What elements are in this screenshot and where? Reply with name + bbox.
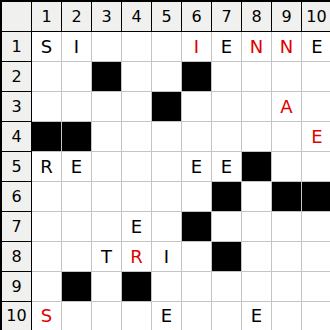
cell-r10-c2[interactable]: [62, 302, 92, 330]
row-header-3: 3: [2, 92, 32, 122]
cell-r8-c9[interactable]: [272, 242, 302, 272]
cell-r3-c2[interactable]: [62, 92, 92, 122]
cell-r9-c5[interactable]: [152, 272, 182, 302]
cell-r7-c1[interactable]: [32, 212, 62, 242]
cell-r2-c1[interactable]: [32, 62, 62, 92]
cell-r1-c8[interactable]: N: [242, 32, 272, 62]
cell-r1-c4[interactable]: [122, 32, 152, 62]
cell-r10-c10[interactable]: [302, 302, 330, 330]
cell-r4-c3[interactable]: [92, 122, 122, 152]
cell-r5-c5[interactable]: [152, 152, 182, 182]
col-header-8: 8: [242, 2, 272, 32]
cell-r9-c9[interactable]: [272, 272, 302, 302]
col-header-4: 4: [122, 2, 152, 32]
col-header-9: 9: [272, 2, 302, 32]
cell-r8-c5[interactable]: I: [152, 242, 182, 272]
row-header-6: 6: [2, 182, 32, 212]
cell-r3-c3[interactable]: [92, 92, 122, 122]
block-cell-r4-c2: [62, 122, 92, 152]
cell-r5-c2[interactable]: E: [62, 152, 92, 182]
corner-cell: [2, 2, 32, 32]
cell-r1-c3[interactable]: [92, 32, 122, 62]
cell-r5-c6[interactable]: E: [182, 152, 212, 182]
cell-r4-c4[interactable]: [122, 122, 152, 152]
cell-r8-c10[interactable]: [302, 242, 330, 272]
block-cell-r8-c7: [212, 242, 242, 272]
cell-r10-c5[interactable]: E: [152, 302, 182, 330]
col-header-5: 5: [152, 2, 182, 32]
cell-r7-c8[interactable]: [242, 212, 272, 242]
block-cell-r2-c3: [92, 62, 122, 92]
cell-r2-c5[interactable]: [152, 62, 182, 92]
col-header-10: 10: [302, 2, 330, 32]
cell-r6-c4[interactable]: [122, 182, 152, 212]
cell-r3-c8[interactable]: [242, 92, 272, 122]
cell-r2-c2[interactable]: [62, 62, 92, 92]
cell-r1-c10[interactable]: E: [302, 32, 330, 62]
cell-r2-c8[interactable]: [242, 62, 272, 92]
cell-r7-c9[interactable]: [272, 212, 302, 242]
cell-r4-c6[interactable]: [182, 122, 212, 152]
cell-r8-c3[interactable]: T: [92, 242, 122, 272]
cell-r4-c10[interactable]: E: [302, 122, 330, 152]
col-header-2: 2: [62, 2, 92, 32]
block-cell-r5-c8: [242, 152, 272, 182]
row-header-8: 8: [2, 242, 32, 272]
block-cell-r7-c6: [182, 212, 212, 242]
cell-r4-c7[interactable]: [212, 122, 242, 152]
col-header-1: 1: [32, 2, 62, 32]
cell-r7-c4[interactable]: E: [122, 212, 152, 242]
cell-r10-c6[interactable]: [182, 302, 212, 330]
block-cell-r4-c1: [32, 122, 62, 152]
cell-r9-c10[interactable]: [302, 272, 330, 302]
cell-r7-c7[interactable]: [212, 212, 242, 242]
block-cell-r6-c9: [272, 182, 302, 212]
cell-r5-c7[interactable]: E: [212, 152, 242, 182]
cell-r8-c4[interactable]: R: [122, 242, 152, 272]
cell-r5-c10[interactable]: [302, 152, 330, 182]
cell-r10-c4[interactable]: [122, 302, 152, 330]
row-header-9: 9: [2, 272, 32, 302]
block-cell-r3-c5: [152, 92, 182, 122]
row-header-1: 1: [2, 32, 32, 62]
crossword-grid: 123456789101SIIENNE23A4E5REEE67E8TRI910S…: [0, 0, 330, 330]
block-cell-r6-c7: [212, 182, 242, 212]
cell-r8-c8[interactable]: [242, 242, 272, 272]
cell-r1-c6[interactable]: I: [182, 32, 212, 62]
block-cell-r6-c10: [302, 182, 330, 212]
cell-r4-c8[interactable]: [242, 122, 272, 152]
cell-r6-c2[interactable]: [62, 182, 92, 212]
cell-r1-c5[interactable]: [152, 32, 182, 62]
cell-r6-c8[interactable]: [242, 182, 272, 212]
block-cell-r2-c6: [182, 62, 212, 92]
cell-r8-c1[interactable]: [32, 242, 62, 272]
cell-r6-c5[interactable]: [152, 182, 182, 212]
row-header-2: 2: [2, 62, 32, 92]
block-cell-r9-c4: [122, 272, 152, 302]
cell-r9-c8[interactable]: [242, 272, 272, 302]
cell-r3-c9[interactable]: A: [272, 92, 302, 122]
cell-r1-c1[interactable]: S: [32, 32, 62, 62]
cell-r7-c10[interactable]: [302, 212, 330, 242]
cell-r9-c3[interactable]: [92, 272, 122, 302]
cell-r3-c6[interactable]: [182, 92, 212, 122]
col-header-6: 6: [182, 2, 212, 32]
cell-r2-c9[interactable]: [272, 62, 302, 92]
cell-r9-c7[interactable]: [212, 272, 242, 302]
crossword-page: 123456789101SIIENNE23A4E5REEE67E8TRI910S…: [0, 0, 330, 330]
cell-r2-c4[interactable]: [122, 62, 152, 92]
cell-r1-c2[interactable]: I: [62, 32, 92, 62]
cell-r10-c3[interactable]: [92, 302, 122, 330]
row-header-4: 4: [2, 122, 32, 152]
cell-r6-c1[interactable]: [32, 182, 62, 212]
row-header-10: 10: [2, 302, 32, 330]
cell-r6-c3[interactable]: [92, 182, 122, 212]
cell-r10-c8[interactable]: E: [242, 302, 272, 330]
cell-r10-c1[interactable]: S: [32, 302, 62, 330]
cell-r3-c7[interactable]: [212, 92, 242, 122]
cell-r1-c7[interactable]: E: [212, 32, 242, 62]
cell-r6-c6[interactable]: [182, 182, 212, 212]
cell-r5-c3[interactable]: [92, 152, 122, 182]
cell-r8-c6[interactable]: [182, 242, 212, 272]
col-header-7: 7: [212, 2, 242, 32]
cell-r1-c9[interactable]: N: [272, 32, 302, 62]
cell-r2-c7[interactable]: [212, 62, 242, 92]
cell-r3-c4[interactable]: [122, 92, 152, 122]
cell-r8-c2[interactable]: [62, 242, 92, 272]
cell-r4-c5[interactable]: [152, 122, 182, 152]
cell-r10-c7[interactable]: [212, 302, 242, 330]
cell-r7-c3[interactable]: [92, 212, 122, 242]
cell-r2-c10[interactable]: [302, 62, 330, 92]
col-header-3: 3: [92, 2, 122, 32]
row-header-5: 5: [2, 152, 32, 182]
block-cell-r9-c2: [62, 272, 92, 302]
cell-r9-c6[interactable]: [182, 272, 212, 302]
row-header-7: 7: [2, 212, 32, 242]
cell-r7-c5[interactable]: [152, 212, 182, 242]
cell-r5-c4[interactable]: [122, 152, 152, 182]
cell-r10-c9[interactable]: [272, 302, 302, 330]
cell-r7-c2[interactable]: [62, 212, 92, 242]
cell-r9-c1[interactable]: [32, 272, 62, 302]
cell-r5-c9[interactable]: [272, 152, 302, 182]
cell-r3-c10[interactable]: [302, 92, 330, 122]
cell-r3-c1[interactable]: [32, 92, 62, 122]
cell-r4-c9[interactable]: [272, 122, 302, 152]
cell-r5-c1[interactable]: R: [32, 152, 62, 182]
